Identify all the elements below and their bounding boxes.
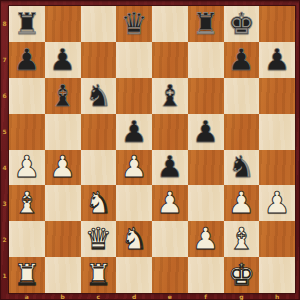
- square-d5[interactable]: ♟: [116, 114, 152, 150]
- square-h5[interactable]: [259, 114, 295, 150]
- chess-board-frame: 87654321 ♜♛♜♚♟♟♟♟♝♞♝♟♟♟♟♟♟♞♝♞♟♟♟♛♞♟♝♜♜♚ …: [0, 0, 300, 300]
- file-label-a: a: [9, 292, 45, 300]
- square-c3[interactable]: ♞: [81, 185, 117, 221]
- square-d4[interactable]: ♟: [116, 150, 152, 186]
- piece-white-rook: ♜: [13, 260, 40, 290]
- square-a1[interactable]: ♜: [9, 257, 45, 293]
- square-b1[interactable]: [45, 257, 81, 293]
- square-h8[interactable]: [259, 6, 295, 42]
- square-a8[interactable]: ♜: [9, 6, 45, 42]
- piece-white-bishop: ♝: [13, 188, 40, 218]
- rank-label-4: 4: [0, 150, 9, 186]
- square-a4[interactable]: ♟: [9, 150, 45, 186]
- file-label-e: e: [152, 292, 188, 300]
- rank-label-1: 1: [0, 257, 9, 293]
- piece-black-king: ♚: [228, 9, 255, 39]
- file-labels: abcdefgh: [9, 292, 295, 300]
- square-f5[interactable]: ♟: [188, 114, 224, 150]
- piece-black-pawn: ♟: [121, 117, 148, 147]
- square-g5[interactable]: [224, 114, 260, 150]
- piece-white-pawn: ♟: [192, 224, 219, 254]
- square-e2[interactable]: [152, 221, 188, 257]
- square-g8[interactable]: ♚: [224, 6, 260, 42]
- piece-black-bishop: ♝: [156, 81, 183, 111]
- square-f1[interactable]: [188, 257, 224, 293]
- piece-black-knight: ♞: [228, 152, 255, 182]
- square-f8[interactable]: ♜: [188, 6, 224, 42]
- file-label-g: g: [224, 292, 260, 300]
- piece-black-pawn: ♟: [192, 117, 219, 147]
- square-c2[interactable]: ♛: [81, 221, 117, 257]
- square-b7[interactable]: ♟: [45, 42, 81, 78]
- square-d7[interactable]: [116, 42, 152, 78]
- square-c7[interactable]: [81, 42, 117, 78]
- piece-black-bishop: ♝: [49, 81, 76, 111]
- piece-white-knight: ♞: [121, 224, 148, 254]
- piece-black-rook: ♜: [13, 9, 40, 39]
- piece-white-pawn: ♟: [156, 188, 183, 218]
- square-e7[interactable]: [152, 42, 188, 78]
- square-a6[interactable]: [9, 78, 45, 114]
- square-e3[interactable]: ♟: [152, 185, 188, 221]
- square-d2[interactable]: ♞: [116, 221, 152, 257]
- square-b8[interactable]: [45, 6, 81, 42]
- square-g7[interactable]: ♟: [224, 42, 260, 78]
- square-c5[interactable]: [81, 114, 117, 150]
- piece-white-pawn: ♟: [121, 152, 148, 182]
- piece-black-queen: ♛: [121, 9, 148, 39]
- square-c8[interactable]: [81, 6, 117, 42]
- square-e6[interactable]: ♝: [152, 78, 188, 114]
- piece-black-rook: ♜: [192, 9, 219, 39]
- square-c1[interactable]: ♜: [81, 257, 117, 293]
- piece-white-rook: ♜: [85, 260, 112, 290]
- square-c6[interactable]: ♞: [81, 78, 117, 114]
- piece-white-knight: ♞: [85, 188, 112, 218]
- piece-black-pawn: ♟: [156, 152, 183, 182]
- piece-white-pawn: ♟: [49, 152, 76, 182]
- file-label-d: d: [116, 292, 152, 300]
- square-e8[interactable]: [152, 6, 188, 42]
- square-c4[interactable]: [81, 150, 117, 186]
- square-f2[interactable]: ♟: [188, 221, 224, 257]
- square-g3[interactable]: ♟: [224, 185, 260, 221]
- square-f6[interactable]: [188, 78, 224, 114]
- square-a5[interactable]: [9, 114, 45, 150]
- piece-black-pawn: ♟: [264, 45, 291, 75]
- rank-label-6: 6: [0, 78, 9, 114]
- square-g2[interactable]: ♝: [224, 221, 260, 257]
- square-d6[interactable]: [116, 78, 152, 114]
- square-d3[interactable]: [116, 185, 152, 221]
- square-g6[interactable]: [224, 78, 260, 114]
- square-h2[interactable]: [259, 221, 295, 257]
- square-h1[interactable]: [259, 257, 295, 293]
- file-label-f: f: [188, 292, 224, 300]
- piece-white-pawn: ♟: [264, 188, 291, 218]
- square-h7[interactable]: ♟: [259, 42, 295, 78]
- square-h4[interactable]: [259, 150, 295, 186]
- square-e1[interactable]: [152, 257, 188, 293]
- chess-board[interactable]: ♜♛♜♚♟♟♟♟♝♞♝♟♟♟♟♟♟♞♝♞♟♟♟♛♞♟♝♜♜♚: [9, 6, 295, 293]
- piece-white-king: ♚: [228, 260, 255, 290]
- square-d1[interactable]: [116, 257, 152, 293]
- file-label-c: c: [81, 292, 117, 300]
- file-label-b: b: [45, 292, 81, 300]
- piece-white-pawn: ♟: [228, 188, 255, 218]
- square-h3[interactable]: ♟: [259, 185, 295, 221]
- rank-label-5: 5: [0, 114, 9, 150]
- rank-label-7: 7: [0, 42, 9, 78]
- square-b6[interactable]: ♝: [45, 78, 81, 114]
- piece-black-knight: ♞: [85, 81, 112, 111]
- piece-white-queen: ♛: [85, 224, 112, 254]
- square-b2[interactable]: [45, 221, 81, 257]
- piece-white-bishop: ♝: [228, 224, 255, 254]
- square-e5[interactable]: [152, 114, 188, 150]
- square-d8[interactable]: ♛: [116, 6, 152, 42]
- piece-black-pawn: ♟: [228, 45, 255, 75]
- square-e4[interactable]: ♟: [152, 150, 188, 186]
- square-f3[interactable]: [188, 185, 224, 221]
- square-f7[interactable]: [188, 42, 224, 78]
- square-g1[interactable]: ♚: [224, 257, 260, 293]
- square-b3[interactable]: [45, 185, 81, 221]
- piece-black-pawn: ♟: [13, 45, 40, 75]
- square-b5[interactable]: [45, 114, 81, 150]
- rank-labels: 87654321: [0, 6, 9, 293]
- square-b4[interactable]: ♟: [45, 150, 81, 186]
- square-h6[interactable]: [259, 78, 295, 114]
- rank-label-3: 3: [0, 185, 9, 221]
- square-a7[interactable]: ♟: [9, 42, 45, 78]
- square-f4[interactable]: [188, 150, 224, 186]
- square-a2[interactable]: [9, 221, 45, 257]
- piece-black-pawn: ♟: [49, 45, 76, 75]
- file-label-h: h: [259, 292, 295, 300]
- square-a3[interactable]: ♝: [9, 185, 45, 221]
- square-g4[interactable]: ♞: [224, 150, 260, 186]
- rank-label-2: 2: [0, 221, 9, 257]
- piece-white-pawn: ♟: [13, 152, 40, 182]
- rank-label-8: 8: [0, 6, 9, 42]
